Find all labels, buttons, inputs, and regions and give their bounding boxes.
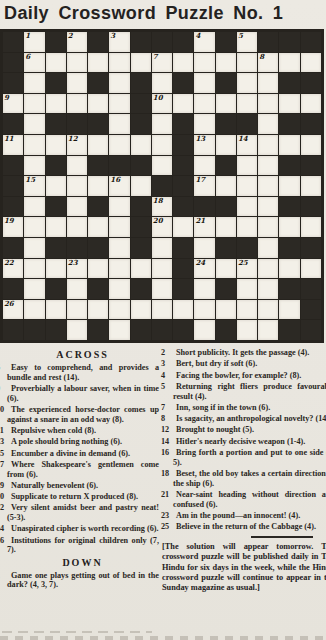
clue-item: 19Naturally benevolent (6). <box>0 481 159 491</box>
down-clue-list-left: 1Game one plays getting out of bed in th… <box>0 571 159 590</box>
clue-number: 17 <box>195 176 205 184</box>
black-cell <box>279 320 299 340</box>
white-cell <box>24 156 44 176</box>
clue-item-number: 10 <box>0 405 11 415</box>
white-cell: 7 <box>152 53 172 73</box>
white-cell <box>258 279 278 299</box>
across-header: ACROSS <box>6 349 159 360</box>
white-cell <box>194 320 214 340</box>
black-cell <box>131 320 151 340</box>
clue-item: 4Facing the bowler, for example? (8). <box>161 371 326 381</box>
black-cell <box>46 279 66 299</box>
white-cell <box>279 135 299 155</box>
white-cell <box>237 279 257 299</box>
black-cell <box>131 279 151 299</box>
clue-item: 1Game one plays getting out of bed in th… <box>0 571 159 590</box>
white-cell <box>258 300 278 320</box>
black-cell <box>173 135 193 155</box>
black-cell <box>258 32 278 52</box>
clue-number: 26 <box>4 300 14 308</box>
clue-number: 25 <box>238 259 248 267</box>
black-cell <box>173 259 193 279</box>
newspaper-crossword-page: { "game": "crossword", "title": "Daily C… <box>0 0 326 640</box>
white-cell <box>67 279 87 299</box>
black-cell <box>88 73 108 93</box>
white-cell: 22 <box>3 259 23 279</box>
black-cell <box>301 300 321 320</box>
white-cell <box>258 259 278 279</box>
clue-item: 11Repulsive when cold (8). <box>0 426 159 436</box>
white-cell: 8 <box>258 53 278 73</box>
white-cell <box>109 53 129 73</box>
black-cell <box>88 320 108 340</box>
clue-item: 3Bert, but dry if soft (6). <box>161 359 326 369</box>
white-cell <box>67 300 87 320</box>
white-cell <box>258 176 278 196</box>
clue-item: 12Brought to nought (5). <box>161 425 326 435</box>
black-cell <box>3 238 23 258</box>
white-cell: 21 <box>194 217 214 237</box>
clues-section: ACROSS 6Easy to comprehend, and provides… <box>0 348 326 640</box>
black-cell <box>46 114 66 134</box>
white-cell <box>279 300 299 320</box>
clue-item-number: 22 <box>0 503 11 513</box>
clue-item-number: 17 <box>0 460 11 470</box>
white-cell <box>24 73 44 93</box>
white-cell: 9 <box>3 94 23 114</box>
clue-item-number: 11 <box>0 426 11 436</box>
clue-number: 21 <box>195 217 205 225</box>
black-cell <box>131 238 151 258</box>
black-cell <box>46 73 66 93</box>
white-cell <box>258 156 278 176</box>
black-cell <box>279 279 299 299</box>
white-cell <box>237 217 257 237</box>
white-cell: 19 <box>3 217 23 237</box>
white-cell <box>88 94 108 114</box>
black-cell <box>279 73 299 93</box>
white-cell <box>216 94 236 114</box>
clue-item-number: 26 <box>0 536 11 546</box>
black-cell <box>24 320 44 340</box>
black-cell <box>216 114 236 134</box>
black-cell <box>88 279 108 299</box>
white-cell: 5 <box>237 32 257 52</box>
white-cell <box>152 300 172 320</box>
clue-item-number: 4 <box>161 371 176 381</box>
clue-number: 8 <box>259 53 264 61</box>
black-cell <box>46 238 66 258</box>
white-cell <box>194 300 214 320</box>
black-cell <box>3 197 23 217</box>
clue-number: 7 <box>153 53 158 61</box>
white-cell <box>152 238 172 258</box>
white-cell: 20 <box>152 217 172 237</box>
white-cell <box>301 176 321 196</box>
black-cell <box>173 238 193 258</box>
white-cell <box>131 176 151 196</box>
white-cell <box>216 217 236 237</box>
clue-number: 3 <box>110 32 115 40</box>
clue-item: 25Believe in the return of the Cabbage (… <box>161 522 326 532</box>
white-cell <box>237 320 257 340</box>
clue-item: 26Institutions for original children onl… <box>0 536 159 555</box>
white-cell <box>24 135 44 155</box>
white-cell <box>109 279 129 299</box>
black-cell <box>131 217 151 237</box>
black-cell <box>173 114 193 134</box>
white-cell <box>67 73 87 93</box>
white-cell: 14 <box>237 135 257 155</box>
black-cell <box>173 73 193 93</box>
clue-item-number: 12 <box>161 425 176 435</box>
white-cell <box>152 114 172 134</box>
white-cell <box>279 53 299 73</box>
black-cell <box>131 197 151 217</box>
clue-item: 10The experienced horse-doctor comes up … <box>0 405 159 424</box>
white-cell <box>109 320 129 340</box>
white-cell <box>301 217 321 237</box>
black-cell <box>88 238 108 258</box>
white-cell <box>258 320 278 340</box>
black-cell <box>3 156 23 176</box>
clue-item: 16Bring forth a portion and put to one s… <box>161 448 326 467</box>
black-cell <box>301 279 321 299</box>
white-cell <box>301 94 321 114</box>
white-cell <box>67 53 87 73</box>
scan-artifact-bottom <box>0 636 326 640</box>
white-cell <box>258 114 278 134</box>
black-cell <box>301 197 321 217</box>
white-cell <box>216 259 236 279</box>
white-cell <box>88 300 108 320</box>
clue-item-number: 5 <box>161 382 176 392</box>
black-cell <box>301 238 321 258</box>
white-cell <box>109 135 129 155</box>
black-cell <box>301 320 321 340</box>
black-cell <box>216 238 236 258</box>
black-cell <box>173 279 193 299</box>
white-cell <box>258 197 278 217</box>
clue-item: 2Short publicity. It gets the passage (4… <box>161 348 326 358</box>
white-cell <box>152 259 172 279</box>
page-title: Daily Crossword Puzzle No. 1 <box>4 3 326 24</box>
white-cell <box>279 259 299 279</box>
white-cell <box>237 176 257 196</box>
black-cell <box>216 32 236 52</box>
clue-item-number: 2 <box>161 348 176 358</box>
clue-item-number: 15 <box>0 449 11 459</box>
clue-item: 18Beset, the old boy takes a certain dir… <box>161 469 326 488</box>
clues-left-column: ACROSS 6Easy to comprehend, and provides… <box>0 348 159 592</box>
black-cell <box>3 114 23 134</box>
black-cell <box>131 156 151 176</box>
black-cell <box>131 114 151 134</box>
clue-item-number: 6 <box>0 363 11 373</box>
white-cell <box>109 300 129 320</box>
divider-rule <box>251 536 313 538</box>
black-cell <box>109 156 129 176</box>
white-cell <box>237 197 257 217</box>
clue-number: 24 <box>195 259 205 267</box>
clue-item-number: 1 <box>0 571 11 581</box>
black-cell <box>279 156 299 176</box>
clue-item: 24Unaspirated cipher is worth recording … <box>0 524 159 534</box>
clue-number: 12 <box>68 135 78 143</box>
white-cell <box>24 259 44 279</box>
black-cell <box>279 114 299 134</box>
white-cell <box>67 94 87 114</box>
black-cell <box>131 32 151 52</box>
white-cell <box>279 94 299 114</box>
black-cell <box>88 32 108 52</box>
white-cell <box>216 300 236 320</box>
black-cell <box>46 32 66 52</box>
black-cell <box>279 197 299 217</box>
clue-item-number: 19 <box>0 481 11 491</box>
black-cell <box>88 197 108 217</box>
white-cell <box>46 53 66 73</box>
black-cell <box>216 279 236 299</box>
black-cell <box>3 176 23 196</box>
clue-item-number: 25 <box>161 522 176 532</box>
white-cell <box>88 135 108 155</box>
white-cell <box>24 279 44 299</box>
white-cell: 23 <box>67 259 87 279</box>
white-cell <box>67 176 87 196</box>
black-cell <box>152 176 172 196</box>
white-cell <box>46 176 66 196</box>
white-cell <box>46 135 66 155</box>
clue-item: 13A pole should bring nothing (6). <box>0 437 159 447</box>
clue-item-number: 20 <box>0 492 11 502</box>
across-clue-list: 6Easy to comprehend, and provides a bund… <box>0 363 159 555</box>
white-cell <box>194 156 214 176</box>
white-cell <box>237 53 257 73</box>
white-cell <box>258 217 278 237</box>
clue-number: 9 <box>4 94 9 102</box>
white-cell <box>152 135 172 155</box>
black-cell <box>3 53 23 73</box>
white-cell <box>301 135 321 155</box>
black-cell <box>301 156 321 176</box>
black-cell <box>301 73 321 93</box>
white-cell <box>88 53 108 73</box>
white-cell <box>109 73 129 93</box>
clues-right-column: 2Short publicity. It gets the passage (4… <box>161 348 326 594</box>
clue-number: 11 <box>4 135 14 143</box>
clue-item-number: 9 <box>0 384 11 394</box>
down-clue-list-right: 2Short publicity. It gets the passage (4… <box>161 348 326 532</box>
black-cell <box>67 114 87 134</box>
white-cell <box>131 135 151 155</box>
clue-item-number: 21 <box>161 490 176 500</box>
white-cell <box>301 53 321 73</box>
white-cell <box>109 114 129 134</box>
black-cell <box>216 320 236 340</box>
black-cell <box>46 320 66 340</box>
clue-item-number: 16 <box>161 448 176 458</box>
clue-item-number: 13 <box>0 437 11 447</box>
black-cell <box>279 32 299 52</box>
clue-item: 6Easy to comprehend, and provides a bund… <box>0 363 159 382</box>
white-cell <box>24 197 44 217</box>
white-cell <box>279 176 299 196</box>
down-header: DOWN <box>6 557 159 568</box>
scan-artifact-line <box>2 631 152 633</box>
clue-item-number: 23 <box>161 511 176 521</box>
white-cell: 4 <box>194 32 214 52</box>
white-cell: 13 <box>194 135 214 155</box>
clue-item-number: 14 <box>161 437 176 447</box>
black-cell <box>3 32 23 52</box>
white-cell: 18 <box>152 197 172 217</box>
white-cell <box>152 156 172 176</box>
clue-item: 9Proverbially a labour saver, when in ti… <box>0 384 159 403</box>
white-cell <box>46 259 66 279</box>
white-cell: 26 <box>3 300 23 320</box>
white-cell <box>216 135 236 155</box>
white-cell <box>258 135 278 155</box>
clue-item: 5Returning right fliers produce favourab… <box>161 382 326 401</box>
white-cell: 11 <box>3 135 23 155</box>
white-cell: 15 <box>24 176 44 196</box>
white-cell <box>24 94 44 114</box>
black-cell <box>88 156 108 176</box>
clue-number: 2 <box>68 32 73 40</box>
clue-number: 13 <box>195 135 205 143</box>
white-cell <box>131 300 151 320</box>
white-cell: 3 <box>109 32 129 52</box>
white-cell <box>173 300 193 320</box>
clue-item: 23Am in the pound—an innocent! (4). <box>161 511 326 521</box>
black-cell <box>279 238 299 258</box>
white-cell <box>237 300 257 320</box>
white-cell <box>109 94 129 114</box>
white-cell <box>173 53 193 73</box>
white-cell <box>237 156 257 176</box>
white-cell <box>216 176 236 196</box>
black-cell <box>173 32 193 52</box>
white-cell: 2 <box>67 32 87 52</box>
clue-number: 18 <box>153 197 163 205</box>
white-cell <box>67 217 87 237</box>
white-cell: 6 <box>24 53 44 73</box>
black-cell <box>237 238 257 258</box>
white-cell <box>194 73 214 93</box>
clue-item-number: 7 <box>161 403 176 413</box>
white-cell <box>46 94 66 114</box>
clue-item: 14Hitler's nearly decisive weapon (1-4). <box>161 437 326 447</box>
clue-item-number: 24 <box>0 524 11 534</box>
white-cell <box>88 259 108 279</box>
white-cell <box>67 197 87 217</box>
black-cell <box>173 176 193 196</box>
black-cell <box>216 197 236 217</box>
white-cell <box>194 114 214 134</box>
black-cell <box>216 156 236 176</box>
clue-item: 21Near-saint heading without direction a… <box>161 490 326 509</box>
white-cell: 12 <box>67 135 87 155</box>
clue-number: 10 <box>153 94 163 102</box>
white-cell <box>88 217 108 237</box>
clue-number: 16 <box>110 176 120 184</box>
white-cell <box>258 94 278 114</box>
black-cell <box>216 73 236 93</box>
crossword-grid: 1234567891011121314151617181920212223242… <box>0 29 324 343</box>
white-cell <box>67 320 87 340</box>
clue-item: 8Is sagacity, an anthropological novelty… <box>161 414 326 424</box>
white-cell: 10 <box>152 94 172 114</box>
white-cell <box>173 94 193 114</box>
black-cell <box>3 73 23 93</box>
white-cell <box>24 114 44 134</box>
white-cell <box>301 259 321 279</box>
white-cell: 24 <box>194 259 214 279</box>
white-cell <box>131 53 151 73</box>
black-cell <box>152 320 172 340</box>
clue-number: 1 <box>25 32 30 40</box>
clue-number: 14 <box>238 135 248 143</box>
black-cell <box>301 32 321 52</box>
clue-item-number: 3 <box>161 359 176 369</box>
white-cell <box>194 279 214 299</box>
white-cell <box>109 217 129 237</box>
clue-item: 7Inn, song if in the town (6). <box>161 403 326 413</box>
clue-number: 5 <box>238 32 243 40</box>
black-cell <box>46 156 66 176</box>
clue-item-number: 8 <box>161 414 176 424</box>
white-cell <box>152 279 172 299</box>
white-cell <box>237 73 257 93</box>
black-cell <box>237 114 257 134</box>
black-cell <box>131 73 151 93</box>
white-cell <box>173 217 193 237</box>
clue-number: 20 <box>153 217 163 225</box>
clue-item: 20Supplicate to return X produced (8). <box>0 492 159 502</box>
clue-item-number: 18 <box>161 469 176 479</box>
clue-number: 23 <box>68 259 78 267</box>
white-cell <box>24 217 44 237</box>
white-cell <box>194 53 214 73</box>
white-cell <box>194 238 214 258</box>
white-cell <box>109 259 129 279</box>
white-cell <box>279 217 299 237</box>
black-cell <box>3 279 23 299</box>
black-cell <box>173 156 193 176</box>
white-cell <box>109 238 129 258</box>
publication-note: [The solution will appear tomorrow. The … <box>161 542 326 593</box>
clue-number: 6 <box>25 53 30 61</box>
white-cell: 1 <box>24 32 44 52</box>
clue-number: 19 <box>4 217 14 225</box>
white-cell <box>194 94 214 114</box>
white-cell: 16 <box>109 176 129 196</box>
black-cell <box>67 238 87 258</box>
white-cell <box>67 156 87 176</box>
black-cell <box>173 320 193 340</box>
white-cell: 17 <box>194 176 214 196</box>
white-cell <box>258 238 278 258</box>
white-cell <box>24 238 44 258</box>
black-cell <box>88 114 108 134</box>
black-cell <box>3 320 23 340</box>
white-cell <box>88 176 108 196</box>
white-cell <box>109 197 129 217</box>
white-cell <box>216 53 236 73</box>
white-cell <box>237 94 257 114</box>
clue-number: 15 <box>25 176 35 184</box>
